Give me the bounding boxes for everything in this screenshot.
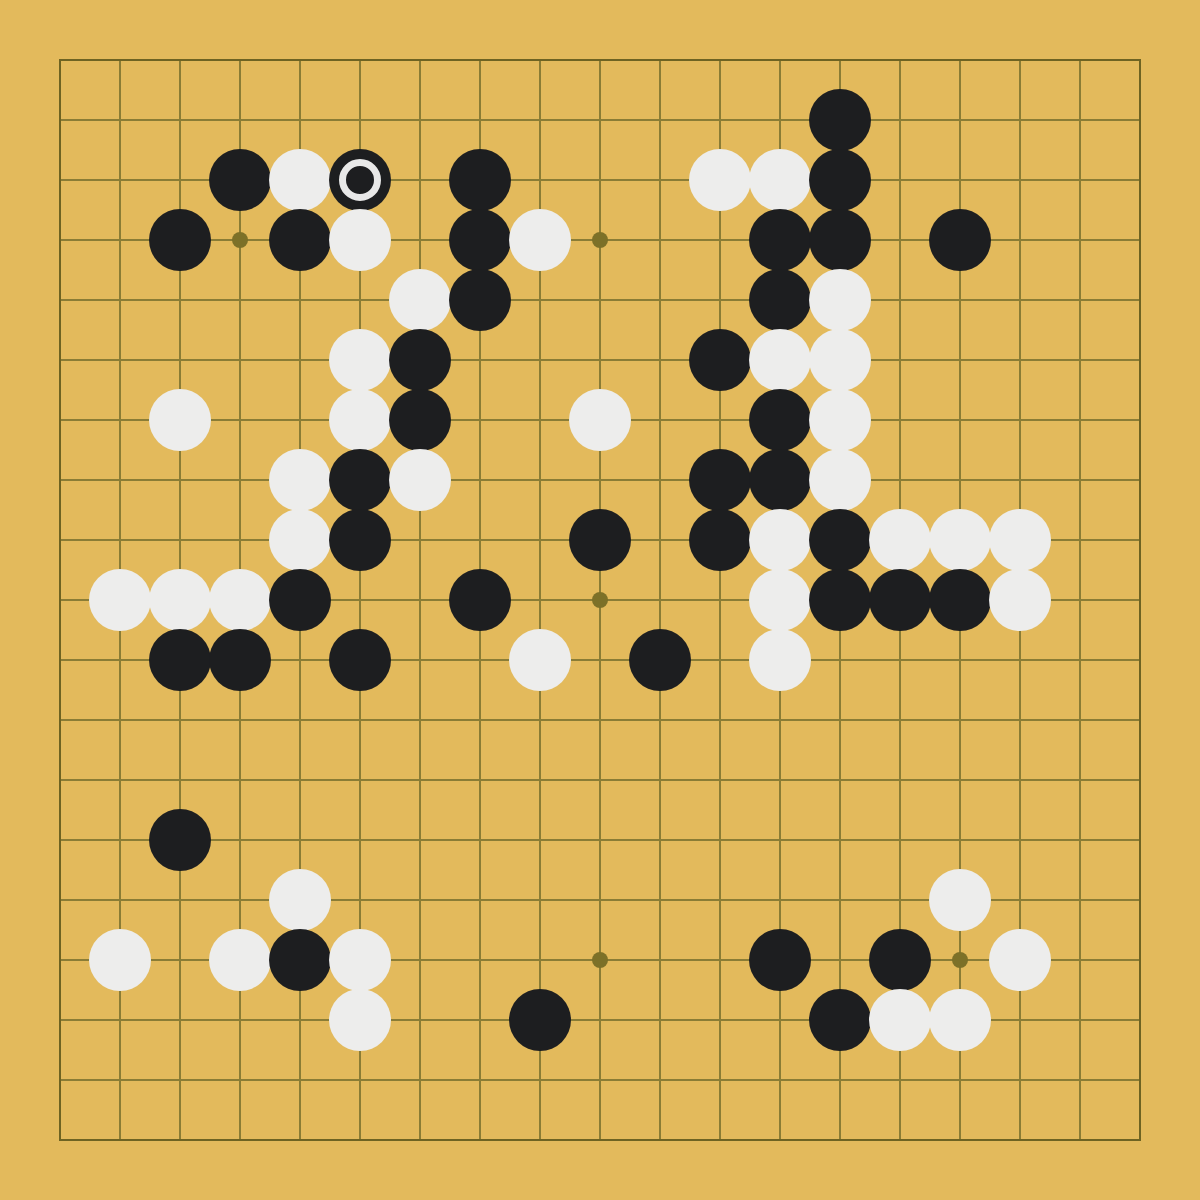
board-intersection[interactable] [870,690,930,750]
board-intersection[interactable] [330,870,390,930]
board-intersection[interactable] [630,1110,690,1170]
board-intersection[interactable] [810,1050,870,1110]
board-intersection[interactable] [330,270,390,330]
board-intersection[interactable] [510,330,570,390]
board-intersection[interactable] [570,750,630,810]
board-intersection[interactable] [390,870,450,930]
board-intersection[interactable] [750,870,810,930]
board-intersection[interactable] [690,990,750,1050]
board-intersection[interactable] [90,450,150,510]
black-stone [929,209,991,271]
board-intersection[interactable] [150,270,210,330]
board-intersection[interactable] [570,150,630,210]
board-intersection[interactable] [90,90,150,150]
board-intersection[interactable] [570,990,630,1050]
board-intersection[interactable] [990,810,1050,870]
board-intersection[interactable] [870,810,930,870]
board-intersection[interactable] [510,90,570,150]
board-intersection[interactable] [270,90,330,150]
board-intersection[interactable] [150,450,210,510]
board-intersection[interactable] [210,990,270,1050]
board-intersection[interactable] [30,450,90,510]
board-intersection[interactable] [450,450,510,510]
board-intersection[interactable] [690,810,750,870]
board-intersection[interactable] [1050,750,1110,810]
board-intersection[interactable] [330,30,390,90]
black-stone [749,929,811,991]
board-intersection[interactable] [990,390,1050,450]
board-intersection[interactable] [210,510,270,570]
board-intersection[interactable] [1110,1050,1170,1110]
board-intersection[interactable] [450,810,510,870]
board-intersection[interactable] [510,810,570,870]
white-stone [689,149,751,211]
board-intersection[interactable] [990,210,1050,270]
board-intersection[interactable] [1110,750,1170,810]
board-intersection[interactable] [870,150,930,210]
board-intersection[interactable] [450,30,510,90]
board-intersection[interactable] [210,330,270,390]
board-intersection[interactable] [450,630,510,690]
board-intersection[interactable] [630,930,690,990]
board-intersection[interactable] [1050,90,1110,150]
white-stone [89,569,151,631]
board-intersection[interactable] [1110,810,1170,870]
board-intersection[interactable] [870,630,930,690]
board-intersection[interactable] [210,90,270,150]
board-intersection[interactable] [690,210,750,270]
board-intersection[interactable] [1110,990,1170,1050]
board-intersection[interactable] [630,1050,690,1110]
board-intersection[interactable] [1110,1110,1170,1170]
board-intersection[interactable] [570,330,630,390]
board-intersection[interactable] [90,870,150,930]
board-intersection[interactable] [210,30,270,90]
board-intersection[interactable] [690,90,750,150]
board-intersection[interactable] [510,30,570,90]
board-intersection[interactable] [30,510,90,570]
board-intersection[interactable] [870,1110,930,1170]
board-intersection[interactable] [570,810,630,870]
board-intersection[interactable] [90,270,150,330]
board-intersection[interactable] [510,510,570,570]
board-intersection[interactable] [990,1050,1050,1110]
board-intersection[interactable] [30,30,90,90]
board-intersection[interactable] [630,570,690,630]
board-intersection[interactable] [150,750,210,810]
board-intersection[interactable] [390,90,450,150]
board-intersection[interactable] [630,990,690,1050]
black-stone [449,149,511,211]
board-intersection[interactable] [1050,210,1110,270]
board-intersection[interactable] [990,630,1050,690]
board-intersection[interactable] [270,1110,330,1170]
board-intersection[interactable] [750,990,810,1050]
board-intersection[interactable] [990,870,1050,930]
board-intersection[interactable] [810,930,870,990]
board-intersection[interactable] [330,690,390,750]
board-intersection[interactable] [150,330,210,390]
board-intersection[interactable] [810,1110,870,1170]
board-intersection[interactable] [1050,390,1110,450]
board-intersection[interactable] [30,810,90,870]
board-intersection[interactable] [630,150,690,210]
board-intersection[interactable] [630,330,690,390]
board-intersection[interactable] [930,1110,990,1170]
white-stone [869,989,931,1051]
board-intersection[interactable] [1110,630,1170,690]
board-intersection[interactable] [570,90,630,150]
board-intersection[interactable] [510,450,570,510]
black-stone [869,929,931,991]
board-intersection[interactable] [210,870,270,930]
board-intersection[interactable] [270,990,330,1050]
board-intersection[interactable] [930,270,990,330]
board-intersection[interactable] [390,810,450,870]
board-intersection[interactable] [30,1050,90,1110]
board-intersection[interactable] [1110,390,1170,450]
board-intersection[interactable] [150,930,210,990]
board-intersection[interactable] [30,90,90,150]
board-intersection[interactable] [270,30,330,90]
board-intersection[interactable] [690,1050,750,1110]
board-intersection[interactable] [210,1110,270,1170]
board-intersection[interactable] [30,750,90,810]
board-intersection[interactable] [810,630,870,690]
board-intersection[interactable] [90,1110,150,1170]
board-intersection[interactable] [90,630,150,690]
board-intersection[interactable] [90,690,150,750]
board-intersection[interactable] [570,1110,630,1170]
black-stone [749,209,811,271]
board-intersection[interactable] [810,750,870,810]
board-intersection[interactable] [570,1050,630,1110]
board-intersection[interactable] [750,1050,810,1110]
board-intersection[interactable] [150,690,210,750]
board-intersection[interactable] [270,690,330,750]
board-intersection[interactable] [270,270,330,330]
board-intersection[interactable] [630,510,690,570]
board-intersection[interactable] [390,510,450,570]
board-intersection[interactable] [270,810,330,870]
board-intersection[interactable] [1110,870,1170,930]
board-intersection[interactable] [570,630,630,690]
board-intersection[interactable] [690,870,750,930]
board-intersection[interactable] [930,30,990,90]
board-intersection[interactable] [510,1110,570,1170]
board-intersection[interactable] [30,930,90,990]
board-intersection[interactable] [450,330,510,390]
board-intersection[interactable] [690,750,750,810]
white-stone [389,269,451,331]
white-stone [509,209,571,271]
board-intersection[interactable] [90,990,150,1050]
board-intersection[interactable] [810,870,870,930]
board-intersection[interactable] [570,690,630,750]
board-intersection[interactable] [930,390,990,450]
board-intersection[interactable] [390,930,450,990]
black-stone [389,389,451,451]
board-intersection[interactable] [870,30,930,90]
board-intersection[interactable] [30,1110,90,1170]
board-intersection[interactable] [1050,270,1110,330]
board-intersection[interactable] [870,90,930,150]
board-intersection[interactable] [450,390,510,450]
board-intersection[interactable] [30,990,90,1050]
board-intersection[interactable] [750,810,810,870]
board-intersection[interactable] [270,330,330,390]
board-intersection[interactable] [630,690,690,750]
board-intersection[interactable] [450,510,510,570]
board-intersection[interactable] [810,30,870,90]
board-intersection[interactable] [30,870,90,930]
board-intersection[interactable] [630,210,690,270]
board-intersection[interactable] [990,990,1050,1050]
board-intersection[interactable] [90,150,150,210]
board-intersection[interactable] [1110,30,1170,90]
board-intersection[interactable] [1050,1050,1110,1110]
board-intersection[interactable] [750,750,810,810]
board-intersection[interactable] [630,30,690,90]
board-intersection[interactable] [990,270,1050,330]
board-intersection[interactable] [150,90,210,150]
board-intersection[interactable] [690,30,750,90]
board-intersection[interactable] [630,450,690,510]
board-intersection[interactable] [330,1050,390,1110]
board-intersection[interactable] [990,750,1050,810]
board-intersection[interactable] [210,690,270,750]
board-intersection[interactable] [330,90,390,150]
board-intersection[interactable] [330,750,390,810]
board-intersection[interactable] [930,90,990,150]
board-intersection[interactable] [1050,690,1110,750]
white-stone [809,269,871,331]
board-intersection[interactable] [990,330,1050,390]
board-intersection[interactable] [90,390,150,450]
board-intersection[interactable] [1110,90,1170,150]
board-intersection[interactable] [630,390,690,450]
board-intersection[interactable] [90,510,150,570]
board-intersection[interactable] [930,450,990,510]
board-intersection[interactable] [450,750,510,810]
board-intersection[interactable] [1110,930,1170,990]
board-intersection[interactable] [450,990,510,1050]
board-intersection[interactable] [810,810,870,870]
board-intersection[interactable] [390,750,450,810]
board-intersection[interactable] [570,870,630,930]
white-stone [209,569,271,631]
board-intersection[interactable] [450,930,510,990]
board-intersection[interactable] [150,510,210,570]
board-intersection[interactable] [750,1110,810,1170]
board-intersection[interactable] [690,270,750,330]
board-intersection[interactable] [570,30,630,90]
board-intersection[interactable] [210,1050,270,1110]
board-intersection[interactable] [870,870,930,930]
board-intersection[interactable] [30,210,90,270]
board-intersection[interactable] [870,330,930,390]
board-intersection[interactable] [1050,150,1110,210]
board-intersection[interactable] [630,90,690,150]
board-intersection[interactable] [990,90,1050,150]
board-intersection[interactable] [570,270,630,330]
board-intersection[interactable] [1050,1110,1110,1170]
board-intersection[interactable] [390,1110,450,1170]
board-intersection[interactable] [810,690,870,750]
board-intersection[interactable] [30,270,90,330]
board-intersection[interactable] [450,1110,510,1170]
board-intersection[interactable] [90,210,150,270]
board-intersection[interactable] [330,810,390,870]
board-intersection[interactable] [930,810,990,870]
board-intersection[interactable] [930,690,990,750]
board-intersection[interactable] [510,750,570,810]
board-intersection[interactable] [510,1050,570,1110]
board-intersection[interactable] [150,1110,210,1170]
board-intersection[interactable] [990,30,1050,90]
black-stone [809,209,871,271]
board-intersection[interactable] [1110,270,1170,330]
black-stone [269,209,331,271]
board-intersection[interactable] [870,270,930,330]
board-intersection[interactable] [390,1050,450,1110]
board-intersection[interactable] [1110,330,1170,390]
board-intersection[interactable] [990,1110,1050,1170]
board-intersection[interactable] [1110,150,1170,210]
board-intersection[interactable] [1050,930,1110,990]
board-intersection[interactable] [750,90,810,150]
board-intersection[interactable] [270,630,330,690]
board-intersection[interactable] [390,690,450,750]
board-intersection[interactable] [30,570,90,630]
board-intersection[interactable] [510,930,570,990]
board-intersection[interactable] [870,1050,930,1110]
board-intersection[interactable] [690,690,750,750]
board-intersection[interactable] [210,270,270,330]
board-intersection[interactable] [1110,570,1170,630]
board-intersection[interactable] [510,390,570,450]
board-intersection[interactable] [450,690,510,750]
board-intersection[interactable] [1050,630,1110,690]
board-intersection[interactable] [690,390,750,450]
board-intersection[interactable] [450,90,510,150]
board-intersection[interactable] [150,1050,210,1110]
board-intersection[interactable] [1110,510,1170,570]
board-intersection[interactable] [90,330,150,390]
board-intersection[interactable] [210,450,270,510]
board-intersection[interactable] [510,570,570,630]
board-intersection[interactable] [690,930,750,990]
board-intersection[interactable] [1050,450,1110,510]
board-intersection[interactable] [750,690,810,750]
board-intersection[interactable] [390,150,450,210]
board-intersection[interactable] [150,30,210,90]
board-intersection[interactable] [930,1050,990,1110]
board-intersection[interactable] [1050,330,1110,390]
board-intersection[interactable] [30,330,90,390]
board-intersection[interactable] [870,210,930,270]
board-intersection[interactable] [630,750,690,810]
board-intersection[interactable] [150,870,210,930]
board-intersection[interactable] [870,390,930,450]
go-board [0,0,1200,1200]
board-intersection[interactable] [1050,990,1110,1050]
board-intersection[interactable] [30,690,90,750]
board-intersection[interactable] [270,750,330,810]
board-intersection[interactable] [750,30,810,90]
board-intersection[interactable] [510,870,570,930]
board-intersection[interactable] [390,990,450,1050]
board-intersection[interactable] [1050,30,1110,90]
board-intersection[interactable] [30,150,90,210]
board-intersection[interactable] [30,390,90,450]
board-intersection[interactable] [270,1050,330,1110]
board-intersection[interactable] [930,630,990,690]
board-intersection[interactable] [990,690,1050,750]
board-intersection[interactable] [690,630,750,690]
board-intersection[interactable] [870,450,930,510]
board-intersection[interactable] [330,1110,390,1170]
board-intersection[interactable] [90,30,150,90]
board-intersection[interactable] [990,450,1050,510]
board-intersection[interactable] [1050,870,1110,930]
board-intersection[interactable] [450,1050,510,1110]
board-intersection[interactable] [570,450,630,510]
board-intersection[interactable] [510,270,570,330]
board-intersection[interactable] [150,990,210,1050]
board-intersection[interactable] [510,150,570,210]
black-stone [689,329,751,391]
board-intersection[interactable] [1110,690,1170,750]
board-intersection[interactable] [390,210,450,270]
board-intersection[interactable] [450,870,510,930]
board-intersection[interactable] [930,750,990,810]
board-intersection[interactable] [1050,810,1110,870]
black-stone [689,509,751,571]
board-intersection[interactable] [1110,450,1170,510]
black-stone [809,89,871,151]
board-intersection[interactable] [210,390,270,450]
board-intersection[interactable] [210,810,270,870]
board-intersection[interactable] [690,570,750,630]
board-intersection[interactable] [690,1110,750,1170]
board-intersection[interactable] [90,810,150,870]
board-intersection[interactable] [330,570,390,630]
board-intersection[interactable] [1110,210,1170,270]
board-intersection[interactable] [870,750,930,810]
board-intersection[interactable] [390,570,450,630]
board-intersection[interactable] [1050,510,1110,570]
board-intersection[interactable] [390,30,450,90]
board-intersection[interactable] [630,870,690,930]
star-point [592,592,608,608]
black-stone [869,569,931,631]
board-intersection[interactable] [90,1050,150,1110]
board-intersection[interactable] [990,150,1050,210]
board-intersection[interactable] [930,330,990,390]
board-intersection[interactable] [510,690,570,750]
board-intersection[interactable] [90,750,150,810]
board-intersection[interactable] [630,810,690,870]
board-intersection[interactable] [150,150,210,210]
board-intersection[interactable] [210,750,270,810]
board-intersection[interactable] [930,150,990,210]
board-intersection[interactable] [270,390,330,450]
board-intersection[interactable] [30,630,90,690]
board-intersection[interactable] [630,270,690,330]
board-intersection[interactable] [390,630,450,690]
board-intersection[interactable] [1050,570,1110,630]
